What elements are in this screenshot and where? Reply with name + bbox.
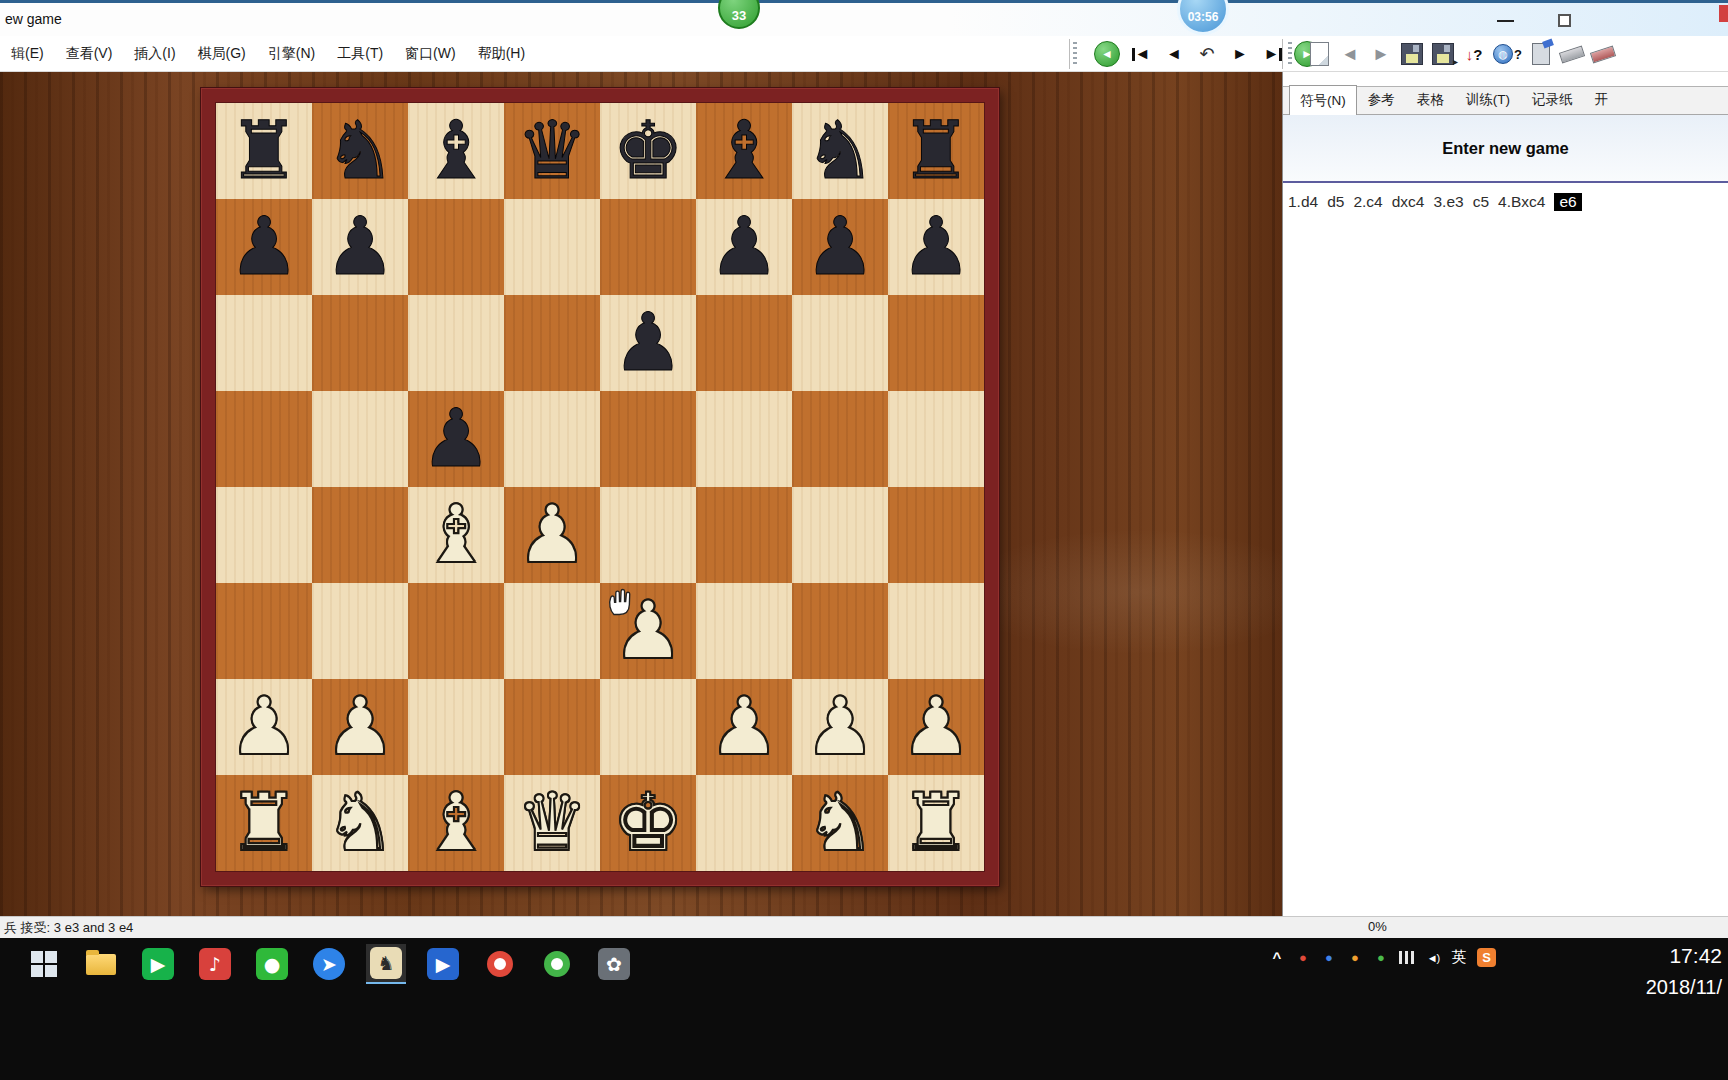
edit-clipboard-icon[interactable] (1529, 41, 1553, 67)
square-c8[interactable]: ♝ (408, 103, 504, 199)
square-d3[interactable] (504, 583, 600, 679)
white-knight[interactable]: ♞ (804, 775, 876, 871)
square-b4[interactable] (312, 487, 408, 583)
network-icon[interactable] (1399, 951, 1415, 964)
close-button-partial[interactable] (1719, 5, 1728, 22)
board-frame: ♜♞♝♛♚♝♞♜♟♟♟♟♟♟♟♝♟♟♟♟♟♟♟♜♞♝♛♚♞♜ (201, 88, 999, 886)
square-a2[interactable]: ♟ (216, 679, 312, 775)
black-pawn[interactable]: ♟ (228, 199, 300, 295)
replay-question-icon[interactable]: ↓? (1462, 41, 1486, 67)
tray-blue-icon[interactable]: ● (1321, 950, 1337, 965)
taskbar-apps: ▶♪●➤♞▶✿ (24, 942, 634, 986)
white-king[interactable]: ♚ (612, 775, 684, 871)
engine-progress: 0% (1368, 919, 1387, 934)
square-h3[interactable] (888, 583, 984, 679)
black-pawn[interactable]: ♟ (804, 199, 876, 295)
square-h4[interactable] (888, 487, 984, 583)
black-knight[interactable]: ♞ (804, 103, 876, 199)
square-a6[interactable] (216, 295, 312, 391)
toolbar-separator (1069, 39, 1070, 69)
tab-符号(N)[interactable]: 符号(N) (1289, 85, 1357, 115)
black-pawn[interactable]: ♟ (708, 199, 780, 295)
square-e1[interactable]: ♚ (600, 775, 696, 871)
square-f8[interactable]: ♝ (696, 103, 792, 199)
square-b1[interactable]: ♞ (312, 775, 408, 871)
white-pawn[interactable]: ♟ (804, 679, 876, 775)
toolbar-grip-2[interactable] (1288, 42, 1292, 66)
tab-参考[interactable]: 参考 (1357, 86, 1406, 114)
timer-overlay: 03:56 (1177, 0, 1229, 35)
black-queen[interactable]: ♛ (516, 103, 588, 199)
menu-bar: 辑(E)查看(V)插入(I)棋局(G)引擎(N)工具(T)窗口(W)帮助(H) … (0, 36, 1728, 72)
white-pawn[interactable]: ♟ (708, 679, 780, 775)
click-counter-overlay: 33 (718, 0, 760, 29)
ring-icon (487, 951, 513, 977)
hidden-icons-chevron[interactable]: ^ (1269, 949, 1285, 966)
white-pawn[interactable]: ♟ (324, 679, 396, 775)
chess-app[interactable]: ♞ (366, 944, 406, 984)
white-pawn[interactable]: ♟ (516, 487, 588, 583)
save-as-icon[interactable]: ▸ (1431, 41, 1455, 67)
app-gray-flower-icon: ✿ (598, 948, 630, 980)
square-a8[interactable]: ♜ (216, 103, 312, 199)
menu-棋局(G)[interactable]: 棋局(G) (187, 45, 257, 63)
clock-time: 17:42 (1646, 940, 1722, 972)
square-f6[interactable] (696, 295, 792, 391)
black-king[interactable]: ♚ (612, 103, 684, 199)
file-explorer[interactable] (81, 944, 121, 984)
square-d6[interactable] (504, 295, 600, 391)
goto-start-icon[interactable]: ◄ (1129, 41, 1153, 67)
square-b8[interactable]: ♞ (312, 103, 408, 199)
web-globe-icon[interactable]: ◍? (1493, 41, 1522, 67)
move-c5[interactable]: c5 (1473, 193, 1489, 211)
timer-value: 03:56 (1188, 10, 1219, 24)
square-c1[interactable]: ♝ (408, 775, 504, 871)
black-rook[interactable]: ♜ (228, 103, 300, 199)
square-b3[interactable] (312, 583, 408, 679)
clock-date: 2018/11/ (1646, 972, 1722, 1002)
square-g7[interactable]: ♟ (792, 199, 888, 295)
square-e8[interactable]: ♚ (600, 103, 696, 199)
square-d1[interactable]: ♛ (504, 775, 600, 871)
square-g1[interactable]: ♞ (792, 775, 888, 871)
ime-indicator[interactable]: 英 (1451, 948, 1467, 967)
sogou-icon[interactable]: S (1477, 948, 1496, 967)
move-list: 1.d4d52.c4dxc43.e3c54.Bxc4e6 (1283, 183, 1728, 221)
iqiyi-app[interactable]: ▶ (138, 944, 178, 984)
music-app-red-icon: ♪ (199, 948, 231, 980)
white-pawn[interactable]: ♟ (900, 679, 972, 775)
square-a4[interactable] (216, 487, 312, 583)
game-header-text: Enter new game (1442, 139, 1569, 158)
move-dxc4[interactable]: dxc4 (1392, 193, 1425, 211)
menu-窗口(W)[interactable]: 窗口(W) (394, 45, 467, 63)
tab-开[interactable]: 开 (1584, 86, 1620, 114)
black-pawn[interactable]: ♟ (612, 295, 684, 391)
white-pawn[interactable]: ♟ (228, 679, 300, 775)
square-f2[interactable]: ♟ (696, 679, 792, 775)
file-toolbar: ◄ ► ▸ ↓? ◍? (1288, 36, 1615, 72)
square-g4[interactable] (792, 487, 888, 583)
square-a7[interactable]: ♟ (216, 199, 312, 295)
square-d7[interactable] (504, 199, 600, 295)
panel-tabs: 符号(N)参考表格训练(T)记录纸开 (1283, 86, 1728, 115)
square-d4[interactable]: ♟ (504, 487, 600, 583)
menu-查看(V)[interactable]: 查看(V) (55, 45, 124, 63)
browser-red-ring[interactable] (480, 944, 520, 984)
square-d8[interactable]: ♛ (504, 103, 600, 199)
back-arrow-icon[interactable]: ◄ (1338, 41, 1362, 67)
wechat-app-icon: ● (256, 948, 288, 980)
move-d5[interactable]: d5 (1327, 193, 1344, 211)
move-1.d4[interactable]: 1.d4 (1288, 193, 1318, 211)
black-pawn[interactable]: ♟ (900, 199, 972, 295)
square-c5[interactable]: ♟ (408, 391, 504, 487)
menu-辑(E)[interactable]: 辑(E) (0, 45, 55, 63)
square-c6[interactable] (408, 295, 504, 391)
square-b6[interactable] (312, 295, 408, 391)
minimize-button[interactable] (1497, 20, 1514, 22)
square-f7[interactable]: ♟ (696, 199, 792, 295)
square-g6[interactable] (792, 295, 888, 391)
square-g5[interactable] (792, 391, 888, 487)
square-h6[interactable] (888, 295, 984, 391)
square-c2[interactable] (408, 679, 504, 775)
menu-插入(I)[interactable]: 插入(I) (123, 45, 186, 63)
main-area: ♜♞♝♛♚♝♞♜♟♟♟♟♟♟♟♝♟♟♟♟♟♟♟♜♞♝♛♚♞♜ 符号(N)参考表格… (0, 72, 1728, 916)
window-title: ew game (5, 11, 62, 27)
windows-logo-icon (31, 951, 57, 977)
square-a5[interactable] (216, 391, 312, 487)
tray-orange-icon[interactable]: ● (1347, 950, 1363, 965)
step-forward-icon[interactable]: ► (1228, 41, 1252, 67)
menu-帮助(H)[interactable]: 帮助(H) (467, 45, 536, 63)
move-3.e3[interactable]: 3.e3 (1433, 193, 1463, 211)
ring-icon (544, 951, 570, 977)
forward-arrow-icon[interactable]: ► (1369, 41, 1393, 67)
white-queen[interactable]: ♛ (516, 775, 588, 871)
windows-taskbar: ▶♪●➤♞▶✿ ^●●●●◄)英S 17:42 2018/11/ (0, 938, 1728, 1080)
wechat-app[interactable]: ● (252, 944, 292, 984)
chess-board[interactable]: ♜♞♝♛♚♝♞♜♟♟♟♟♟♟♟♝♟♟♟♟♟♟♟♜♞♝♛♚♞♜ (215, 102, 985, 872)
square-h2[interactable]: ♟ (888, 679, 984, 775)
thunder-app-icon: ➤ (313, 948, 345, 980)
square-a1[interactable]: ♜ (216, 775, 312, 871)
black-bishop[interactable]: ♝ (708, 103, 780, 199)
status-bar: 兵 接受: 3 e3 and 3 e4 0% (0, 916, 1728, 938)
square-g3[interactable] (792, 583, 888, 679)
taskbar-clock[interactable]: 17:42 2018/11/ (1646, 940, 1722, 1002)
square-g2[interactable]: ♟ (792, 679, 888, 775)
menubar-items: 辑(E)查看(V)插入(I)棋局(G)引擎(N)工具(T)窗口(W)帮助(H) (0, 36, 536, 72)
square-b7[interactable]: ♟ (312, 199, 408, 295)
start-button[interactable] (24, 944, 64, 984)
move-4.Bxc4[interactable]: 4.Bxc4 (1498, 193, 1545, 211)
music-app-red[interactable]: ♪ (195, 944, 235, 984)
white-rook[interactable]: ♜ (900, 775, 972, 871)
square-h5[interactable] (888, 391, 984, 487)
step-back-icon[interactable]: ◄ (1162, 41, 1186, 67)
notation-panel: 符号(N)参考表格训练(T)记录纸开 Enter new game 1.d4d5… (1282, 72, 1728, 916)
tab-表格[interactable]: 表格 (1406, 86, 1455, 114)
square-c4[interactable]: ♝ (408, 487, 504, 583)
tab-记录纸[interactable]: 记录纸 (1521, 86, 1584, 114)
square-g8[interactable]: ♞ (792, 103, 888, 199)
square-h7[interactable]: ♟ (888, 199, 984, 295)
folder-icon (86, 954, 116, 975)
video-app-blue-icon: ▶ (427, 948, 459, 980)
square-c3[interactable] (408, 583, 504, 679)
move-2.c4[interactable]: 2.c4 (1353, 193, 1382, 211)
menu-引擎(N)[interactable]: 引擎(N) (257, 45, 326, 63)
tray-red-icon[interactable]: ● (1295, 950, 1311, 965)
app-gray-flower[interactable]: ✿ (594, 944, 634, 984)
click-counter-value: 33 (732, 8, 746, 23)
white-rook[interactable]: ♜ (228, 775, 300, 871)
square-f3[interactable] (696, 583, 792, 679)
square-c7[interactable] (408, 199, 504, 295)
square-h1[interactable]: ♜ (888, 775, 984, 871)
hand-cursor (605, 585, 635, 617)
square-d5[interactable] (504, 391, 600, 487)
square-f4[interactable] (696, 487, 792, 583)
square-e2[interactable] (600, 679, 696, 775)
green-back-icon[interactable]: ◄ (1094, 41, 1120, 67)
tab-训练(T)[interactable]: 训练(T) (1455, 86, 1521, 114)
title-bar: ew game 33 03:56 (0, 0, 1728, 36)
square-d2[interactable] (504, 679, 600, 775)
black-pawn[interactable]: ♟ (420, 391, 492, 487)
taskbar-tray: ^●●●●◄)英S (1269, 948, 1496, 967)
white-bishop[interactable]: ♝ (420, 775, 492, 871)
square-b2[interactable]: ♟ (312, 679, 408, 775)
tray-green-icon[interactable]: ● (1373, 950, 1389, 965)
square-b5[interactable] (312, 391, 408, 487)
black-rook[interactable]: ♜ (900, 103, 972, 199)
black-pawn[interactable]: ♟ (324, 199, 396, 295)
eraser-red-icon[interactable] (1591, 41, 1615, 67)
new-document-icon[interactable] (1307, 41, 1331, 67)
maximize-button[interactable] (1558, 14, 1571, 27)
square-a3[interactable] (216, 583, 312, 679)
video-app-blue[interactable]: ▶ (423, 944, 463, 984)
eraser-icon[interactable] (1560, 41, 1584, 67)
square-e7[interactable] (600, 199, 696, 295)
square-e5[interactable] (600, 391, 696, 487)
iqiyi-app-icon: ▶ (142, 948, 174, 980)
toolbar-separator-2 (1282, 39, 1283, 69)
square-h8[interactable]: ♜ (888, 103, 984, 199)
thunder-app[interactable]: ➤ (309, 944, 349, 984)
undo-icon[interactable]: ↶ (1195, 41, 1219, 67)
white-knight[interactable]: ♞ (324, 775, 396, 871)
square-e4[interactable] (600, 487, 696, 583)
game-header: Enter new game (1283, 115, 1728, 183)
black-knight[interactable]: ♞ (324, 103, 396, 199)
chess-app-icon: ♞ (370, 947, 402, 979)
menu-工具(T)[interactable]: 工具(T) (326, 45, 394, 63)
toolbar-grip[interactable] (1073, 42, 1077, 66)
square-e6[interactable]: ♟ (600, 295, 696, 391)
move-e6[interactable]: e6 (1554, 193, 1581, 211)
square-f5[interactable] (696, 391, 792, 487)
speaker-icon[interactable]: ◄) (1425, 952, 1441, 964)
browser-green-ring[interactable] (537, 944, 577, 984)
black-bishop[interactable]: ♝ (420, 103, 492, 199)
opening-name-text: 兵 接受: 3 e3 and 3 e4 (4, 919, 133, 937)
save-icon[interactable] (1400, 41, 1424, 67)
white-bishop[interactable]: ♝ (420, 487, 492, 583)
square-f1[interactable] (696, 775, 792, 871)
